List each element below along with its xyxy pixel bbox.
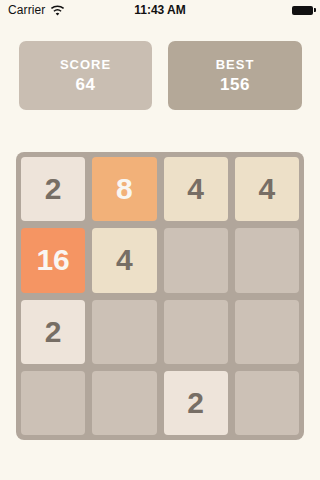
tile-4: 4 [164,157,228,221]
empty-cell [235,300,299,364]
empty-cell [92,300,156,364]
board[interactable]: 284416422 [16,152,304,440]
best-score-box: BEST 156 [168,41,302,110]
tile-2: 2 [21,300,85,364]
empty-cell [21,371,85,435]
score-box: SCORE 64 [19,41,152,110]
best-value: 156 [220,75,250,95]
tile-16: 16 [21,228,85,292]
status-bar-clock: 11:43 AM [0,3,320,17]
tile-8: 8 [92,157,156,221]
status-bar: Carrier 11:43 AM [0,0,320,20]
empty-cell [164,300,228,364]
tile-4: 4 [235,157,299,221]
empty-cell [92,371,156,435]
tile-2: 2 [21,157,85,221]
tile-2: 2 [164,371,228,435]
battery-icon [292,6,313,15]
score-value: 64 [76,75,96,95]
tile-4: 4 [92,228,156,292]
score-panel: SCORE 64 BEST 156 [0,41,320,110]
empty-cell [235,228,299,292]
best-label: BEST [216,57,255,72]
score-label: SCORE [60,57,111,72]
empty-cell [235,371,299,435]
empty-cell [164,228,228,292]
